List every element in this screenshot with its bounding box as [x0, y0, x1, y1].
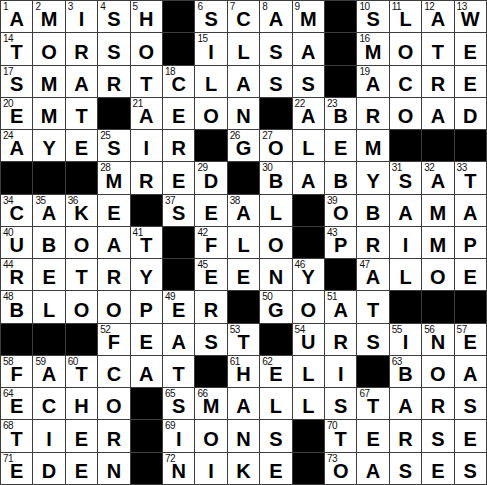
clue-number: 31	[392, 162, 402, 173]
cell-r4c0[interactable]: 24A	[1, 130, 32, 161]
cell-r11c10[interactable]: I	[325, 356, 356, 387]
clue-number: 39	[327, 195, 337, 206]
cell-r6c3[interactable]: E	[98, 195, 129, 226]
cell-r0c14[interactable]: 13W	[455, 1, 486, 32]
cell-letter: S	[399, 171, 412, 194]
cell-letter: H	[74, 396, 88, 419]
cell-r11c11	[357, 356, 388, 387]
cell-r1c8[interactable]: S	[260, 33, 291, 64]
clue-number: 54	[295, 324, 305, 335]
cell-letter: I	[144, 138, 150, 161]
cell-letter: L	[237, 42, 249, 65]
cell-letter: Y	[42, 138, 55, 161]
clue-number: 66	[197, 388, 207, 399]
cell-r6c5[interactable]: 37S	[163, 195, 194, 226]
cell-letter: B	[333, 106, 347, 129]
cell-r2c11[interactable]: 19A	[357, 66, 388, 97]
clue-number: 45	[197, 259, 207, 270]
cell-r12c10[interactable]: S	[325, 388, 356, 419]
cell-r5c3[interactable]: 28M	[98, 162, 129, 193]
cell-letter: G	[268, 300, 284, 323]
cell-r2c5[interactable]: 18C	[163, 66, 194, 97]
cell-r10c9[interactable]: 54U	[293, 324, 324, 355]
cell-r2c3[interactable]: R	[98, 66, 129, 97]
cell-r6c14[interactable]: A	[455, 195, 486, 226]
cell-letter: O	[74, 300, 90, 323]
cell-r7c7[interactable]: L	[228, 227, 259, 258]
cell-letter: R	[333, 332, 347, 355]
cell-letter: C	[236, 9, 250, 32]
cell-r10c11[interactable]: S	[357, 324, 388, 355]
cell-r9c4[interactable]: P	[131, 291, 162, 322]
clue-number: 72	[165, 453, 175, 464]
cell-r4c10[interactable]: E	[325, 130, 356, 161]
cell-r8c7[interactable]: E	[228, 259, 259, 290]
cell-r10c6[interactable]: S	[195, 324, 226, 355]
cell-r8c12[interactable]: L	[390, 259, 421, 290]
clue-number: 48	[3, 291, 13, 302]
cell-r10c3[interactable]: 52F	[98, 324, 129, 355]
cell-r10c10[interactable]: R	[325, 324, 356, 355]
cell-letter: E	[431, 461, 444, 484]
cell-r8c11[interactable]: 47A	[357, 259, 388, 290]
cell-r5c5[interactable]: E	[163, 162, 194, 193]
cell-letter: E	[10, 396, 23, 419]
cell-r1c1[interactable]: O	[33, 33, 64, 64]
cell-r9c11[interactable]: T	[357, 291, 388, 322]
cell-r0c6[interactable]: 6S	[195, 1, 226, 32]
cell-r1c2[interactable]: R	[66, 33, 97, 64]
cell-letter: S	[269, 74, 282, 97]
cell-letter: M	[300, 9, 317, 32]
cell-r2c0[interactable]: 17S	[1, 66, 32, 97]
cell-letter: S	[107, 42, 120, 65]
cell-r1c14[interactable]: E	[455, 33, 486, 64]
cell-r12c14[interactable]: S	[455, 388, 486, 419]
cell-r12c1[interactable]: C	[33, 388, 64, 419]
cell-r11c12[interactable]: 63B	[390, 356, 421, 387]
cell-r4c8[interactable]: 27O	[260, 130, 291, 161]
cell-letter: A	[269, 9, 283, 32]
cell-r3c5[interactable]: E	[163, 98, 194, 129]
cell-letter: P	[334, 235, 347, 258]
cell-r2c7[interactable]: A	[228, 66, 259, 97]
cell-r4c9[interactable]: L	[293, 130, 324, 161]
cell-r0c9[interactable]: 9M	[293, 1, 324, 32]
cell-r11c2[interactable]: 60T	[66, 356, 97, 387]
cell-r13c5[interactable]: 69I	[163, 420, 194, 451]
cell-r10c4[interactable]: E	[131, 324, 162, 355]
cell-r5c8[interactable]: 30B	[260, 162, 291, 193]
cell-r0c4[interactable]: 5H	[131, 1, 162, 32]
cell-r13c1[interactable]: I	[33, 420, 64, 451]
cell-letter: F	[108, 332, 120, 355]
cell-r5c13[interactable]: 32A	[422, 162, 453, 193]
cell-r14c10[interactable]: 73O	[325, 453, 356, 484]
cell-r0c2[interactable]: 3I	[66, 1, 97, 32]
clue-number: 18	[165, 66, 175, 77]
cell-r2c12[interactable]: C	[390, 66, 421, 97]
cell-r6c7[interactable]: 38A	[228, 195, 259, 226]
cell-letter: K	[236, 461, 250, 484]
cell-letter: E	[464, 429, 477, 452]
cell-r3c9[interactable]: 22A	[293, 98, 324, 129]
clue-number: 42	[197, 227, 207, 238]
cell-r5c12[interactable]: 31S	[390, 162, 421, 193]
cell-r3c7[interactable]: N	[228, 98, 259, 129]
cell-r13c0[interactable]: 68T	[1, 420, 32, 451]
clue-number: 35	[35, 195, 45, 206]
cell-r8c10	[325, 259, 356, 290]
cell-r3c1[interactable]: M	[33, 98, 64, 129]
cell-r12c7[interactable]: A	[228, 388, 259, 419]
cell-r11c13[interactable]: O	[422, 356, 453, 387]
cell-r0c0[interactable]: 1A	[1, 1, 32, 32]
cell-letter: S	[107, 9, 120, 32]
cell-r12c0[interactable]: 64E	[1, 388, 32, 419]
clue-number: 30	[262, 162, 272, 173]
cell-r9c1[interactable]: L	[33, 291, 64, 322]
cell-r14c13[interactable]: E	[422, 453, 453, 484]
cell-r1c7[interactable]: L	[228, 33, 259, 64]
clue-number: 13	[457, 1, 467, 12]
cell-r14c0[interactable]: 71E	[1, 453, 32, 484]
cell-letter: H	[236, 364, 250, 387]
cell-r5c14[interactable]: 33T	[455, 162, 486, 193]
cell-letter: E	[269, 461, 282, 484]
cell-r2c6[interactable]: L	[195, 66, 226, 97]
cell-r14c14[interactable]: S	[455, 453, 486, 484]
cell-r6c11[interactable]: B	[357, 195, 388, 226]
cell-r7c12[interactable]: I	[390, 227, 421, 258]
cell-r2c14[interactable]: E	[455, 66, 486, 97]
cell-r13c8[interactable]: S	[260, 420, 291, 451]
cell-r10c5[interactable]: A	[163, 324, 194, 355]
cell-r6c12[interactable]: A	[390, 195, 421, 226]
cell-r7c8[interactable]: O	[260, 227, 291, 258]
cell-r7c3[interactable]: A	[98, 227, 129, 258]
cell-r0c13[interactable]: 12A	[422, 1, 453, 32]
cell-r0c7[interactable]: 7C	[228, 1, 259, 32]
cell-r14c12[interactable]: S	[390, 453, 421, 484]
cell-r5c2	[66, 162, 97, 193]
cell-letter: A	[463, 364, 477, 387]
cell-r3c4[interactable]: 21A	[131, 98, 162, 129]
cell-r11c7[interactable]: 61H	[228, 356, 259, 387]
cell-letter: S	[269, 429, 282, 452]
cell-letter: A	[366, 461, 380, 484]
cell-letter: I	[403, 332, 409, 355]
cell-r13c7[interactable]: N	[228, 420, 259, 451]
cell-letter: R	[171, 138, 185, 161]
cell-letter: S	[204, 332, 217, 355]
cell-letter: A	[301, 42, 315, 65]
cell-letter: R	[107, 74, 121, 97]
cell-r9c9[interactable]: O	[293, 291, 324, 322]
cell-letter: T	[432, 42, 444, 65]
clue-number: 63	[392, 356, 402, 367]
cell-letter: S	[431, 429, 444, 452]
cell-r1c11[interactable]: 16M	[357, 33, 388, 64]
clue-number: 69	[165, 420, 175, 431]
cell-r9c8[interactable]: 50G	[260, 291, 291, 322]
clue-number: 9	[295, 1, 300, 12]
cell-r12c9[interactable]: L	[293, 388, 324, 419]
cell-r13c3[interactable]: R	[98, 420, 129, 451]
cell-r7c14[interactable]: P	[455, 227, 486, 258]
cell-r4c2[interactable]: E	[66, 130, 97, 161]
cell-r9c0[interactable]: 48B	[1, 291, 32, 322]
cell-r1c4[interactable]: O	[131, 33, 162, 64]
cell-r13c11[interactable]: E	[357, 420, 388, 451]
cell-r3c6[interactable]: O	[195, 98, 226, 129]
cell-letter: N	[269, 267, 283, 290]
cell-r12c3[interactable]: O	[98, 388, 129, 419]
cell-r6c13[interactable]: M	[422, 195, 453, 226]
cell-letter: L	[205, 74, 217, 97]
cell-r13c4	[131, 420, 162, 451]
cell-letter: R	[9, 267, 23, 290]
cell-r5c11[interactable]: Y	[357, 162, 388, 193]
cell-r8c2[interactable]: T	[66, 259, 97, 290]
cell-r11c14[interactable]: A	[455, 356, 486, 387]
cell-r2c8[interactable]: S	[260, 66, 291, 97]
cell-letter: O	[106, 300, 122, 323]
clue-number: 55	[392, 324, 402, 335]
cell-r11c5[interactable]: T	[163, 356, 194, 387]
cell-r5c9[interactable]: A	[293, 162, 324, 193]
cell-r0c3[interactable]: 4S	[98, 1, 129, 32]
cell-letter: A	[398, 203, 412, 226]
cell-r10c12[interactable]: 55I	[390, 324, 421, 355]
cell-r9c5[interactable]: 49E	[163, 291, 194, 322]
cell-letter: E	[10, 106, 23, 129]
cell-r8c4[interactable]: Y	[131, 259, 162, 290]
cell-r3c14[interactable]: D	[455, 98, 486, 129]
clue-number: 15	[197, 33, 207, 44]
cell-r2c13[interactable]: R	[422, 66, 453, 97]
cell-letter: A	[236, 203, 250, 226]
cell-letter: B	[366, 203, 380, 226]
cell-letter: E	[172, 106, 185, 129]
cell-letter: T	[75, 106, 87, 129]
cell-r12c8[interactable]: L	[260, 388, 291, 419]
cell-r7c5	[163, 227, 194, 258]
cell-letter: A	[398, 396, 412, 419]
cell-r6c8[interactable]: L	[260, 195, 291, 226]
cell-r13c13[interactable]: S	[422, 420, 453, 451]
clue-number: 62	[262, 356, 272, 367]
cell-r12c5[interactable]: 65S	[163, 388, 194, 419]
clue-number: 65	[165, 388, 175, 399]
clue-number: 53	[230, 324, 240, 335]
cell-r8c13[interactable]: O	[422, 259, 453, 290]
cell-r11c3[interactable]: C	[98, 356, 129, 387]
cell-r14c5[interactable]: 72N	[163, 453, 194, 484]
cell-r8c1[interactable]: E	[33, 259, 64, 290]
cell-r3c2[interactable]: T	[66, 98, 97, 129]
cell-letter: E	[75, 138, 88, 161]
cell-letter: E	[10, 461, 23, 484]
clue-number: 21	[133, 98, 143, 109]
cell-r4c1[interactable]: Y	[33, 130, 64, 161]
cell-r7c4[interactable]: 41T	[131, 227, 162, 258]
clue-number: 44	[3, 259, 13, 270]
cell-r6c4	[131, 195, 162, 226]
cell-r5c10[interactable]: B	[325, 162, 356, 193]
cell-r1c13[interactable]: T	[422, 33, 453, 64]
cell-r1c12[interactable]: O	[390, 33, 421, 64]
cell-r14c8[interactable]: E	[260, 453, 291, 484]
cell-r3c10[interactable]: 23B	[325, 98, 356, 129]
cell-r4c5[interactable]: R	[163, 130, 194, 161]
cell-r4c3[interactable]: 25S	[98, 130, 129, 161]
cell-r3c11[interactable]: R	[357, 98, 388, 129]
cell-letter: A	[236, 74, 250, 97]
cell-r4c4[interactable]: I	[131, 130, 162, 161]
cell-r11c1[interactable]: 59A	[33, 356, 64, 387]
cell-r14c1[interactable]: D	[33, 453, 64, 484]
cell-r12c13[interactable]: R	[422, 388, 453, 419]
cell-letter: F	[205, 235, 217, 258]
cell-r7c10[interactable]: 43P	[325, 227, 356, 258]
cell-r9c2[interactable]: O	[66, 291, 97, 322]
cell-r9c6[interactable]: R	[195, 291, 226, 322]
cell-letter: T	[237, 332, 249, 355]
cell-r10c14[interactable]: 57E	[455, 324, 486, 355]
cell-r12c12[interactable]: A	[390, 388, 421, 419]
cell-r7c13[interactable]: M	[422, 227, 453, 258]
clue-number: 36	[68, 195, 78, 206]
cell-letter: E	[464, 267, 477, 290]
cell-r2c9[interactable]: S	[293, 66, 324, 97]
cell-r12c11[interactable]: 67T	[357, 388, 388, 419]
clue-number: 47	[359, 259, 369, 270]
cell-r3c13[interactable]: A	[422, 98, 453, 129]
cell-r0c5	[163, 1, 194, 32]
cell-r13c6[interactable]: O	[195, 420, 226, 451]
cell-r5c0	[1, 162, 32, 193]
cell-r2c2[interactable]: A	[66, 66, 97, 97]
cell-letter: E	[42, 267, 55, 290]
cell-r7c11[interactable]: R	[357, 227, 388, 258]
cell-r8c8[interactable]: N	[260, 259, 291, 290]
cell-r7c2[interactable]: O	[66, 227, 97, 258]
cell-r6c1[interactable]: 35A	[33, 195, 64, 226]
cell-letter: T	[464, 171, 476, 194]
cell-letter: S	[464, 461, 477, 484]
cell-r14c6[interactable]: I	[195, 453, 226, 484]
cell-r10c0	[1, 324, 32, 355]
clue-number: 49	[165, 291, 175, 302]
cell-r8c3[interactable]: R	[98, 259, 129, 290]
cell-r5c4[interactable]: R	[131, 162, 162, 193]
crossword-grid: 1A2M3I4S5H6S7C8A9M10S11L12A13W14TORSO15I…	[0, 0, 487, 485]
cell-r4c7[interactable]: 26G	[228, 130, 259, 161]
cell-letter: A	[139, 364, 153, 387]
cell-letter: A	[366, 267, 380, 290]
cell-r4c12	[390, 130, 421, 161]
cell-r4c11[interactable]: M	[357, 130, 388, 161]
cell-r13c14[interactable]: E	[455, 420, 486, 451]
clue-number: 22	[295, 98, 305, 109]
cell-r11c8[interactable]: 62E	[260, 356, 291, 387]
clue-number: 41	[133, 227, 143, 238]
cell-r14c7[interactable]: K	[228, 453, 259, 484]
cell-r6c0[interactable]: 34C	[1, 195, 32, 226]
cell-letter: S	[10, 74, 23, 97]
cell-r6c2[interactable]: 36K	[66, 195, 97, 226]
cell-r14c3[interactable]: N	[98, 453, 129, 484]
cell-r6c10[interactable]: 39O	[325, 195, 356, 226]
cell-letter: R	[74, 42, 88, 65]
cell-r13c12[interactable]: R	[390, 420, 421, 451]
cell-r2c4[interactable]: T	[131, 66, 162, 97]
cell-r14c11[interactable]: A	[357, 453, 388, 484]
cell-letter: E	[334, 138, 347, 161]
cell-r1c6[interactable]: 15I	[195, 33, 226, 64]
cell-r9c10[interactable]: 51A	[325, 291, 356, 322]
cell-r8c0[interactable]: 44R	[1, 259, 32, 290]
cell-letter: I	[79, 9, 85, 32]
cell-letter: N	[171, 461, 185, 484]
cell-r13c2[interactable]: E	[66, 420, 97, 451]
cell-r0c11[interactable]: 10S	[357, 1, 388, 32]
cell-r1c5	[163, 33, 194, 64]
cell-r1c0[interactable]: 14T	[1, 33, 32, 64]
cell-r7c1[interactable]: B	[33, 227, 64, 258]
cell-letter: O	[203, 106, 219, 129]
cell-r3c0[interactable]: 20E	[1, 98, 32, 129]
clue-number: 7	[230, 1, 235, 12]
cell-r0c1[interactable]: 2M	[33, 1, 64, 32]
cell-letter: L	[399, 267, 411, 290]
cell-r3c12[interactable]: O	[390, 98, 421, 129]
cell-r12c6[interactable]: 66M	[195, 388, 226, 419]
cell-letter: I	[208, 461, 214, 484]
cell-r7c6[interactable]: 42F	[195, 227, 226, 258]
cell-r8c14[interactable]: E	[455, 259, 486, 290]
cell-letter: I	[176, 429, 182, 452]
cell-r11c6	[195, 356, 226, 387]
cell-r10c7[interactable]: 53T	[228, 324, 259, 355]
cell-r5c6[interactable]: 29D	[195, 162, 226, 193]
cell-r6c6[interactable]: E	[195, 195, 226, 226]
cell-r2c1[interactable]: M	[33, 66, 64, 97]
cell-letter: A	[301, 171, 315, 194]
cell-r11c9[interactable]: L	[293, 356, 324, 387]
cell-letter: M	[365, 138, 382, 161]
cell-r10c13[interactable]: 56N	[422, 324, 453, 355]
cell-r9c3[interactable]: O	[98, 291, 129, 322]
cell-r8c6[interactable]: 45E	[195, 259, 226, 290]
cell-letter: T	[335, 429, 347, 452]
cell-letter: T	[11, 429, 23, 452]
cell-r12c2[interactable]: H	[66, 388, 97, 419]
cell-r1c9[interactable]: A	[293, 33, 324, 64]
cell-r11c0[interactable]: 58F	[1, 356, 32, 387]
cell-r0c12[interactable]: 11L	[390, 1, 421, 32]
cell-letter: S	[107, 138, 120, 161]
cell-r11c4[interactable]: A	[131, 356, 162, 387]
cell-r13c10[interactable]: 70T	[325, 420, 356, 451]
cell-letter: E	[464, 332, 477, 355]
cell-r7c0[interactable]: 40U	[1, 227, 32, 258]
cell-r8c9[interactable]: 46Y	[293, 259, 324, 290]
cell-r0c8[interactable]: 8A	[260, 1, 291, 32]
cell-r14c2[interactable]: E	[66, 453, 97, 484]
cell-r1c3[interactable]: S	[98, 33, 129, 64]
